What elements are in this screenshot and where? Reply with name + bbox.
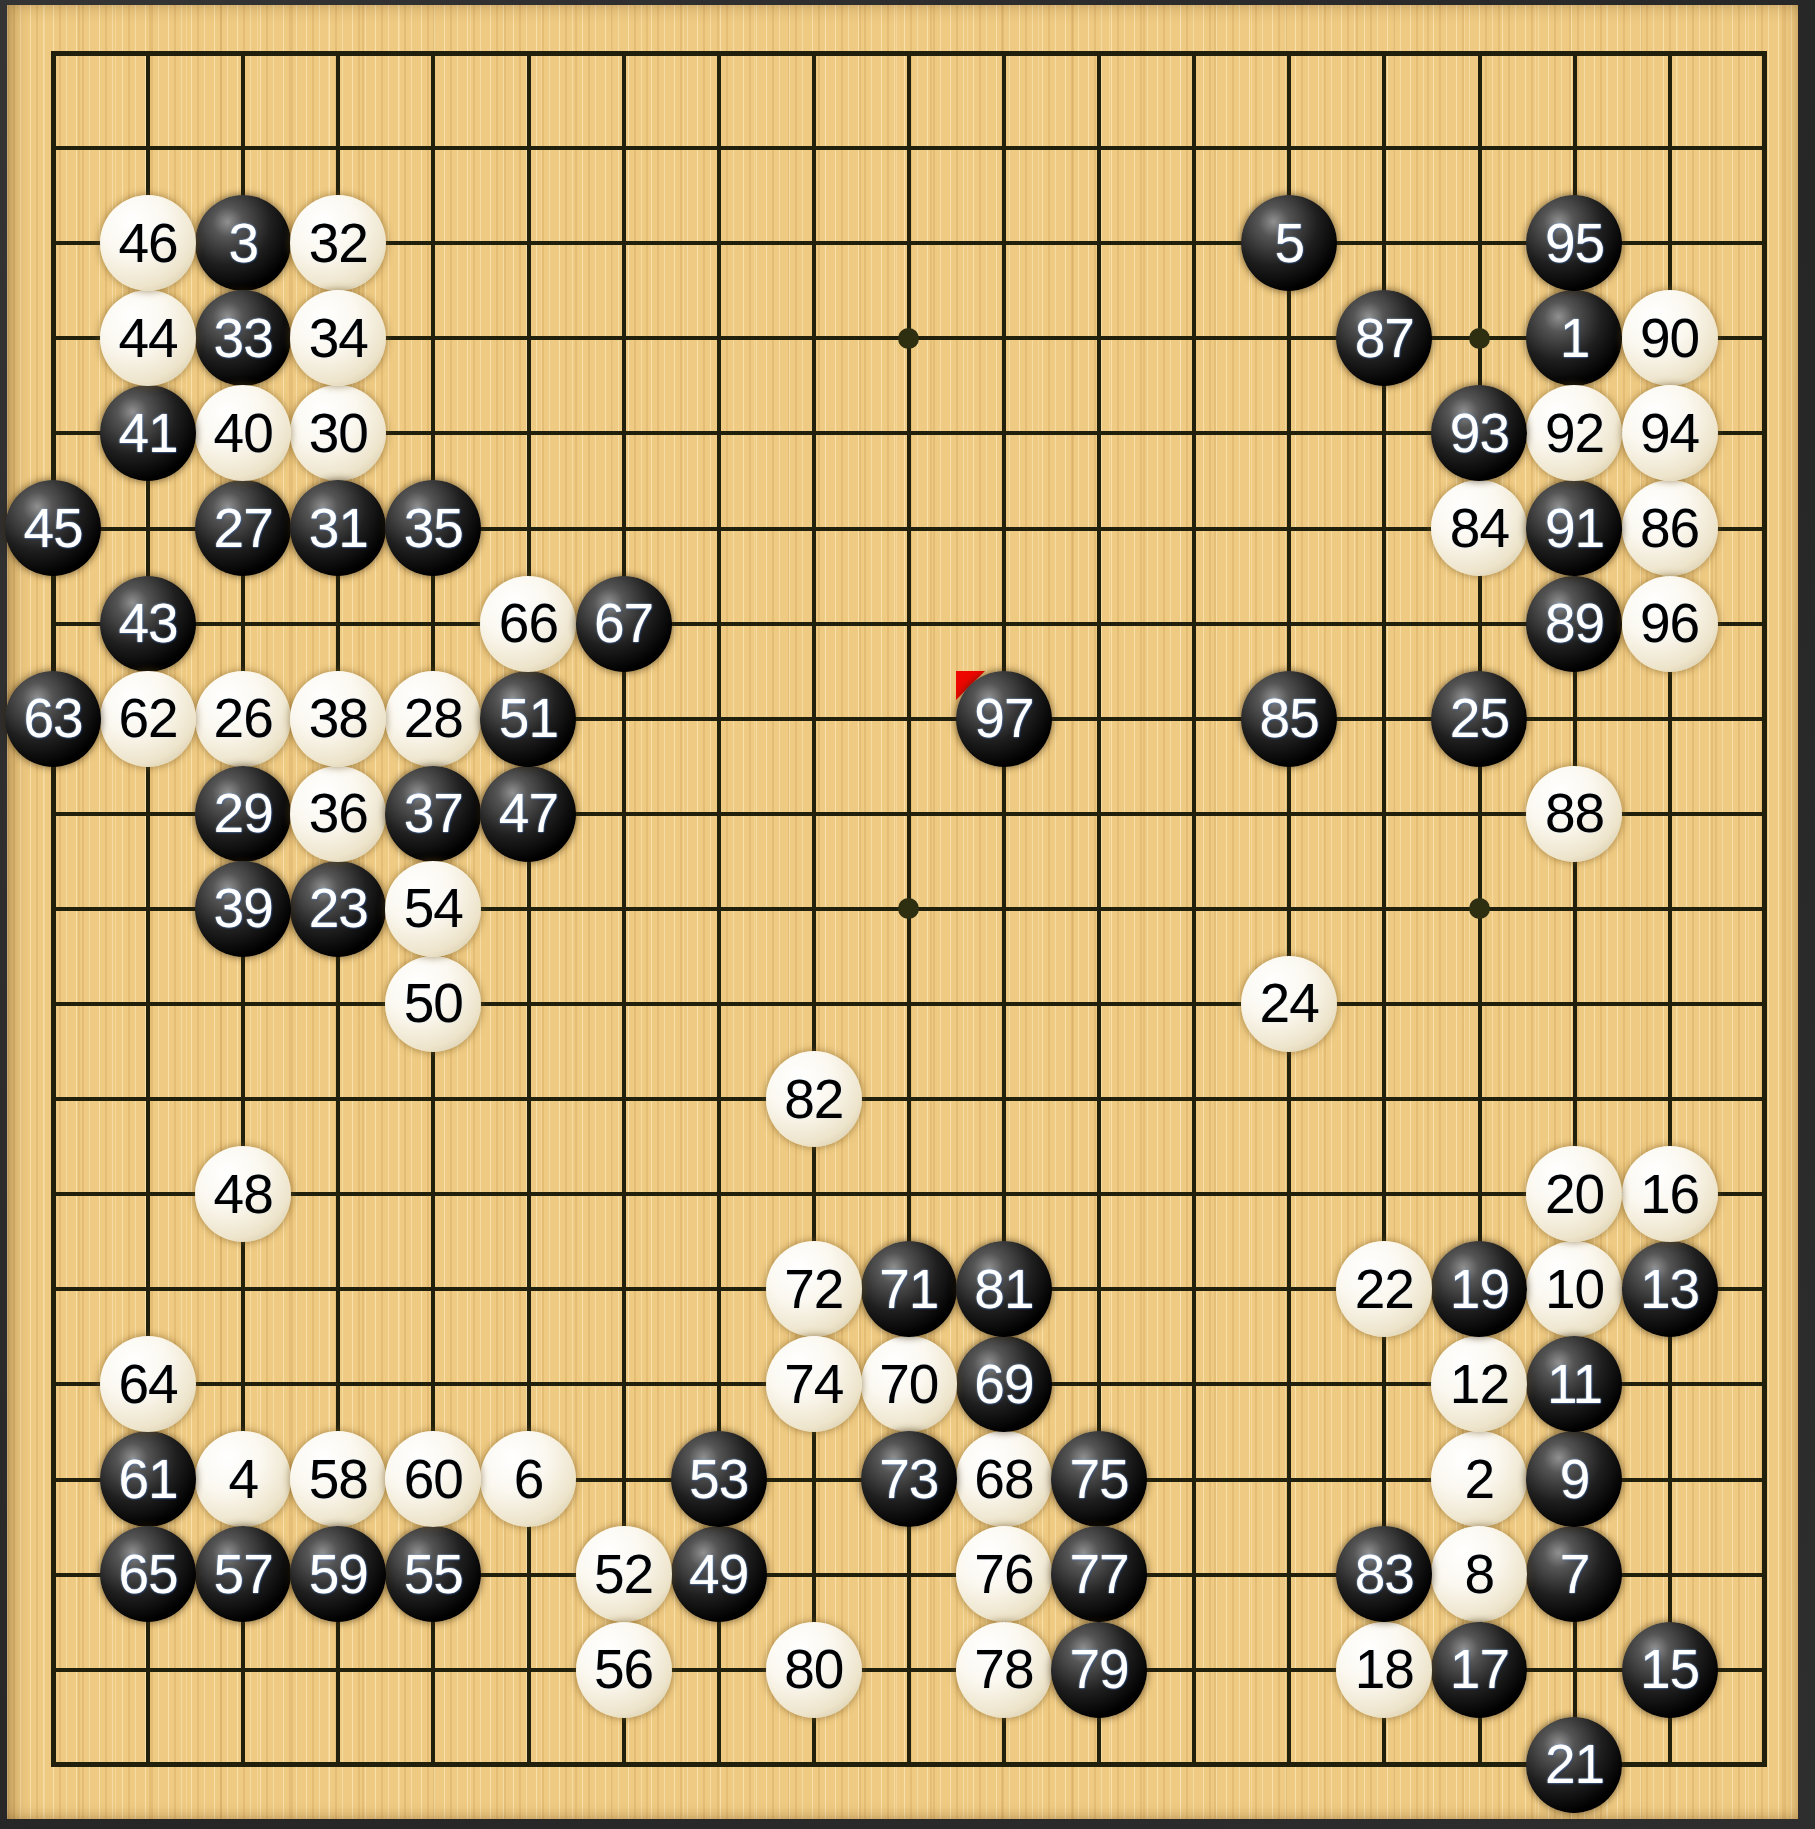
stone-white-70: 70 xyxy=(861,1336,957,1432)
stone-white-4: 4 xyxy=(195,1431,291,1527)
stone-black-93: 93 xyxy=(1431,385,1527,481)
stone-black-43: 43 xyxy=(100,576,196,672)
move-number-label: 5 xyxy=(1274,216,1304,271)
move-number-label: 18 xyxy=(1355,1642,1414,1697)
stone-white-24: 24 xyxy=(1241,956,1337,1052)
stone-black-67: 67 xyxy=(576,576,672,672)
move-number-label: 82 xyxy=(784,1072,843,1127)
stone-white-90: 90 xyxy=(1622,290,1718,386)
stone-white-58: 58 xyxy=(290,1431,386,1527)
move-number-label: 74 xyxy=(784,1357,843,1412)
move-number-label: 4 xyxy=(228,1452,258,1507)
stone-white-66: 66 xyxy=(480,576,576,672)
stone-white-48: 48 xyxy=(195,1146,291,1242)
stone-white-10: 10 xyxy=(1526,1241,1622,1337)
stone-white-12: 12 xyxy=(1431,1336,1527,1432)
move-number-label: 22 xyxy=(1355,1262,1414,1317)
stone-white-72: 72 xyxy=(766,1241,862,1337)
stone-white-64: 64 xyxy=(100,1336,196,1432)
move-number-label: 60 xyxy=(404,1452,463,1507)
move-number-label: 70 xyxy=(879,1357,938,1412)
move-number-label: 1 xyxy=(1560,311,1590,366)
move-number-label: 69 xyxy=(974,1357,1033,1412)
stone-black-11: 11 xyxy=(1526,1336,1622,1432)
move-number-label: 33 xyxy=(214,311,273,366)
move-number-label: 78 xyxy=(974,1642,1033,1697)
move-number-label: 28 xyxy=(404,691,463,746)
move-number-label: 46 xyxy=(118,216,177,271)
move-number-label: 19 xyxy=(1450,1262,1509,1317)
stone-black-17: 17 xyxy=(1431,1622,1527,1718)
move-number-label: 44 xyxy=(118,311,177,366)
move-number-label: 75 xyxy=(1069,1452,1128,1507)
move-number-label: 51 xyxy=(499,691,558,746)
move-number-label: 7 xyxy=(1560,1547,1590,1602)
move-number-label: 59 xyxy=(309,1547,368,1602)
stone-black-19: 19 xyxy=(1431,1241,1527,1337)
move-number-label: 16 xyxy=(1640,1167,1699,1222)
stone-black-97: 97 xyxy=(956,671,1052,767)
move-number-label: 96 xyxy=(1640,596,1699,651)
move-number-label: 23 xyxy=(309,881,368,936)
move-number-label: 29 xyxy=(214,786,273,841)
stone-white-56: 56 xyxy=(576,1622,672,1718)
stone-white-18: 18 xyxy=(1336,1622,1432,1718)
stone-black-91: 91 xyxy=(1526,480,1622,576)
hoshi-star-point xyxy=(1469,898,1490,919)
move-number-label: 66 xyxy=(499,596,558,651)
stone-black-13: 13 xyxy=(1622,1241,1718,1337)
stone-black-65: 65 xyxy=(100,1526,196,1622)
move-number-label: 89 xyxy=(1545,596,1604,651)
stone-black-37: 37 xyxy=(385,766,481,862)
move-number-label: 11 xyxy=(1547,1357,1602,1412)
stone-white-30: 30 xyxy=(290,385,386,481)
stone-white-36: 36 xyxy=(290,766,386,862)
move-number-label: 26 xyxy=(214,691,273,746)
stone-white-46: 46 xyxy=(100,195,196,291)
move-number-label: 21 xyxy=(1545,1737,1604,1792)
stone-white-16: 16 xyxy=(1622,1146,1718,1242)
move-number-label: 81 xyxy=(974,1262,1033,1317)
stone-white-22: 22 xyxy=(1336,1241,1432,1337)
stone-black-33: 33 xyxy=(195,290,291,386)
stone-black-89: 89 xyxy=(1526,576,1622,672)
stone-black-75: 75 xyxy=(1051,1431,1147,1527)
stone-black-29: 29 xyxy=(195,766,291,862)
hoshi-star-point xyxy=(898,898,919,919)
move-number-label: 73 xyxy=(879,1452,938,1507)
stone-white-40: 40 xyxy=(195,385,291,481)
move-number-label: 2 xyxy=(1465,1452,1495,1507)
move-number-label: 54 xyxy=(404,881,463,936)
hoshi-star-point xyxy=(898,328,919,349)
stone-black-81: 81 xyxy=(956,1241,1052,1337)
stone-white-28: 28 xyxy=(385,671,481,767)
move-number-label: 10 xyxy=(1545,1262,1604,1317)
move-number-label: 36 xyxy=(309,786,368,841)
move-number-label: 52 xyxy=(594,1547,653,1602)
stone-black-35: 35 xyxy=(385,480,481,576)
stone-white-50: 50 xyxy=(385,956,481,1052)
move-number-label: 38 xyxy=(309,691,368,746)
move-number-label: 62 xyxy=(118,691,177,746)
move-number-label: 30 xyxy=(309,406,368,461)
stone-black-45: 45 xyxy=(5,480,101,576)
move-number-label: 68 xyxy=(974,1452,1033,1507)
move-number-label: 48 xyxy=(214,1167,273,1222)
stone-white-80: 80 xyxy=(766,1622,862,1718)
stone-white-32: 32 xyxy=(290,195,386,291)
move-number-label: 39 xyxy=(214,881,273,936)
move-number-label: 43 xyxy=(118,596,177,651)
stone-black-15: 15 xyxy=(1622,1622,1718,1718)
move-number-label: 49 xyxy=(689,1547,748,1602)
stone-black-27: 27 xyxy=(195,480,291,576)
move-number-label: 72 xyxy=(784,1262,843,1317)
stone-black-1: 1 xyxy=(1526,290,1622,386)
move-number-label: 13 xyxy=(1640,1262,1699,1317)
stone-white-52: 52 xyxy=(576,1526,672,1622)
move-number-label: 85 xyxy=(1260,691,1319,746)
stone-white-54: 54 xyxy=(385,861,481,957)
move-number-label: 58 xyxy=(309,1452,368,1507)
hoshi-star-point xyxy=(1469,328,1490,349)
stone-white-6: 6 xyxy=(480,1431,576,1527)
stone-white-86: 86 xyxy=(1622,480,1718,576)
stone-white-76: 76 xyxy=(956,1526,1052,1622)
stone-black-39: 39 xyxy=(195,861,291,957)
stone-black-71: 71 xyxy=(861,1241,957,1337)
move-number-label: 47 xyxy=(499,786,558,841)
move-number-label: 90 xyxy=(1640,311,1699,366)
move-number-label: 35 xyxy=(404,501,463,556)
move-number-label: 40 xyxy=(214,406,273,461)
move-number-label: 27 xyxy=(214,501,273,556)
move-number-label: 12 xyxy=(1450,1357,1509,1412)
stone-white-62: 62 xyxy=(100,671,196,767)
stone-black-73: 73 xyxy=(861,1431,957,1527)
stone-black-31: 31 xyxy=(290,480,386,576)
move-number-label: 91 xyxy=(1545,501,1604,556)
move-number-label: 88 xyxy=(1545,786,1604,841)
stone-white-78: 78 xyxy=(956,1622,1052,1718)
move-number-label: 17 xyxy=(1450,1642,1509,1697)
move-number-label: 80 xyxy=(784,1642,843,1697)
go-game-record-window: 1234567891011121315161718192021222324252… xyxy=(0,0,1815,1829)
stone-white-2: 2 xyxy=(1431,1431,1527,1527)
move-number-label: 56 xyxy=(594,1642,653,1697)
move-number-label: 76 xyxy=(974,1547,1033,1602)
stone-white-74: 74 xyxy=(766,1336,862,1432)
stone-black-41: 41 xyxy=(100,385,196,481)
stone-black-47: 47 xyxy=(480,766,576,862)
board-cells-grid: 1234567891011121315161718192021222324252… xyxy=(5,5,1812,1812)
stone-white-92: 92 xyxy=(1526,385,1622,481)
stone-black-59: 59 xyxy=(290,1526,386,1622)
move-number-label: 25 xyxy=(1450,691,1509,746)
move-number-label: 64 xyxy=(118,1357,177,1412)
stone-black-55: 55 xyxy=(385,1526,481,1622)
move-number-label: 20 xyxy=(1545,1167,1604,1222)
stone-white-20: 20 xyxy=(1526,1146,1622,1242)
stone-white-94: 94 xyxy=(1622,385,1718,481)
move-number-label: 45 xyxy=(23,501,82,556)
move-number-label: 87 xyxy=(1355,311,1414,366)
stone-white-88: 88 xyxy=(1526,766,1622,862)
stone-black-9: 9 xyxy=(1526,1431,1622,1527)
stone-black-79: 79 xyxy=(1051,1622,1147,1718)
move-number-label: 97 xyxy=(974,691,1033,746)
move-number-label: 55 xyxy=(404,1547,463,1602)
stone-white-26: 26 xyxy=(195,671,291,767)
stone-black-95: 95 xyxy=(1526,195,1622,291)
stone-white-38: 38 xyxy=(290,671,386,767)
move-number-label: 32 xyxy=(309,216,368,271)
move-number-label: 65 xyxy=(118,1547,177,1602)
stone-white-82: 82 xyxy=(766,1051,862,1147)
stone-black-69: 69 xyxy=(956,1336,1052,1432)
move-number-label: 93 xyxy=(1450,406,1509,461)
move-number-label: 37 xyxy=(404,786,463,841)
stone-black-61: 61 xyxy=(100,1431,196,1527)
stone-white-84: 84 xyxy=(1431,480,1527,576)
move-number-label: 86 xyxy=(1640,501,1699,556)
move-number-label: 53 xyxy=(689,1452,748,1507)
move-number-label: 24 xyxy=(1260,976,1319,1031)
stone-white-68: 68 xyxy=(956,1431,1052,1527)
move-number-label: 95 xyxy=(1545,216,1604,271)
move-number-label: 50 xyxy=(404,976,463,1031)
stone-white-96: 96 xyxy=(1622,576,1718,672)
stone-black-77: 77 xyxy=(1051,1526,1147,1622)
move-number-label: 3 xyxy=(228,216,258,271)
move-number-label: 15 xyxy=(1640,1642,1699,1697)
stone-black-57: 57 xyxy=(195,1526,291,1622)
stone-black-87: 87 xyxy=(1336,290,1432,386)
move-number-label: 92 xyxy=(1545,406,1604,461)
move-number-label: 71 xyxy=(879,1262,938,1317)
move-number-label: 83 xyxy=(1355,1547,1414,1602)
stone-black-83: 83 xyxy=(1336,1526,1432,1622)
move-number-label: 57 xyxy=(214,1547,273,1602)
stone-black-53: 53 xyxy=(671,1431,767,1527)
stone-black-7: 7 xyxy=(1526,1526,1622,1622)
stone-black-25: 25 xyxy=(1431,671,1527,767)
move-number-label: 6 xyxy=(514,1452,544,1507)
move-number-label: 61 xyxy=(118,1452,177,1507)
move-number-label: 67 xyxy=(594,596,653,651)
stone-black-5: 5 xyxy=(1241,195,1337,291)
stone-black-21: 21 xyxy=(1526,1717,1622,1813)
move-number-label: 8 xyxy=(1465,1547,1495,1602)
move-number-label: 63 xyxy=(23,691,82,746)
move-number-label: 94 xyxy=(1640,406,1699,461)
move-number-label: 31 xyxy=(309,501,368,556)
move-number-label: 77 xyxy=(1069,1547,1128,1602)
stone-white-44: 44 xyxy=(100,290,196,386)
stone-black-23: 23 xyxy=(290,861,386,957)
move-number-label: 79 xyxy=(1069,1642,1128,1697)
stone-white-8: 8 xyxy=(1431,1526,1527,1622)
move-number-label: 84 xyxy=(1450,501,1509,556)
stone-black-3: 3 xyxy=(195,195,291,291)
move-number-label: 41 xyxy=(118,406,177,461)
stone-black-63: 63 xyxy=(5,671,101,767)
stone-black-51: 51 xyxy=(480,671,576,767)
stone-black-85: 85 xyxy=(1241,671,1337,767)
stone-black-49: 49 xyxy=(671,1526,767,1622)
stone-white-34: 34 xyxy=(290,290,386,386)
stone-white-60: 60 xyxy=(385,1431,481,1527)
move-number-label: 34 xyxy=(309,311,368,366)
move-number-label: 9 xyxy=(1560,1452,1590,1507)
